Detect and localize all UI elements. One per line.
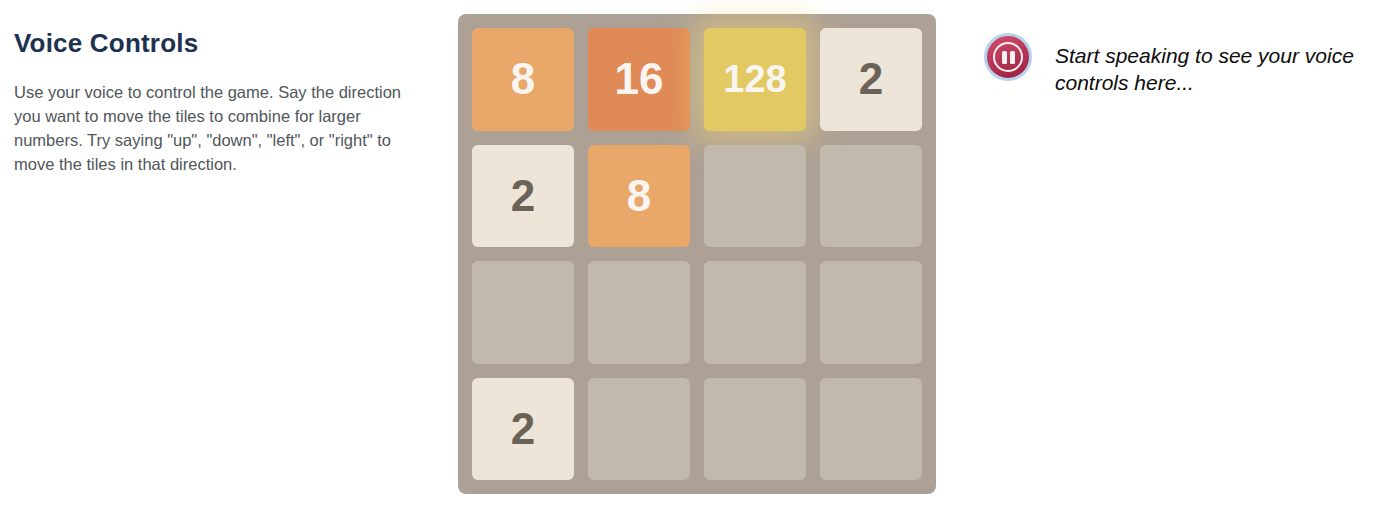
- tile-8: 8: [472, 28, 574, 131]
- tile-2: 2: [472, 378, 574, 481]
- page-description: Use your voice to control the game. Say …: [14, 81, 424, 177]
- empty-cell: [472, 261, 574, 364]
- voice-panel: Start speaking to see your voice control…: [984, 33, 1391, 97]
- empty-cell: [820, 261, 922, 364]
- tile-8: 8: [588, 145, 690, 248]
- tile-16: 16: [588, 28, 690, 131]
- pause-icon: [993, 42, 1023, 72]
- voice-status-text: Start speaking to see your voice control…: [1055, 43, 1391, 97]
- empty-cell: [704, 378, 806, 481]
- tile-128: 128: [704, 28, 806, 131]
- game-board[interactable]: 8161282282: [458, 14, 936, 494]
- page-title: Voice Controls: [14, 28, 438, 59]
- empty-cell: [704, 261, 806, 364]
- empty-cell: [588, 261, 690, 364]
- empty-cell: [820, 378, 922, 481]
- empty-cell: [588, 378, 690, 481]
- instructions-panel: Voice Controls Use your voice to control…: [14, 28, 438, 177]
- tile-2: 2: [472, 145, 574, 248]
- tile-2: 2: [820, 28, 922, 131]
- empty-cell: [820, 145, 922, 248]
- empty-cell: [704, 145, 806, 248]
- voice-toggle-button[interactable]: [984, 33, 1032, 81]
